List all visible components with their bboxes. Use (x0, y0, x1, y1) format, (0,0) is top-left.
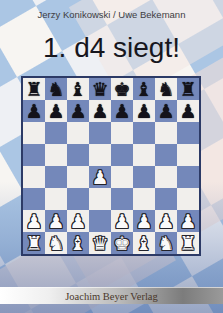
square-c1: ♝ (67, 232, 89, 254)
square-a7: ♟ (23, 100, 45, 122)
white-pawn-piece: ♟ (113, 212, 130, 231)
square-h1: ♜ (177, 232, 199, 254)
square-a5 (23, 144, 45, 166)
square-b6 (45, 122, 67, 144)
white-pawn-piece: ♟ (179, 212, 196, 231)
square-f7: ♟ (133, 100, 155, 122)
square-h6 (177, 122, 199, 144)
white-bishop-piece: ♝ (135, 234, 152, 253)
square-a6 (23, 122, 45, 144)
white-pawn-piece: ♟ (135, 212, 152, 231)
square-g1: ♞ (155, 232, 177, 254)
black-pawn-piece: ♟ (135, 102, 152, 121)
square-c3 (67, 188, 89, 210)
white-pawn-piece: ♟ (91, 168, 108, 187)
book-cover: Jerzy Konikowski / Uwe Bekemann 1. d4 si… (0, 0, 223, 313)
square-h7: ♟ (177, 100, 199, 122)
square-c4 (67, 166, 89, 188)
square-c5 (67, 144, 89, 166)
square-h2: ♟ (177, 210, 199, 232)
square-g5 (155, 144, 177, 166)
square-d8: ♛ (89, 78, 111, 100)
black-rook-piece: ♜ (179, 80, 196, 99)
black-king-piece: ♚ (113, 80, 130, 99)
black-pawn-piece: ♟ (47, 102, 64, 121)
square-h5 (177, 144, 199, 166)
square-d1: ♛ (89, 232, 111, 254)
square-d3 (89, 188, 111, 210)
square-b2: ♟ (45, 210, 67, 232)
square-d6 (89, 122, 111, 144)
black-queen-piece: ♛ (91, 80, 108, 99)
square-b3 (45, 188, 67, 210)
square-d4: ♟ (89, 166, 111, 188)
white-rook-piece: ♜ (25, 234, 42, 253)
square-c7: ♟ (67, 100, 89, 122)
black-rook-piece: ♜ (25, 80, 42, 99)
square-h4 (177, 166, 199, 188)
square-f5 (133, 144, 155, 166)
square-d2 (89, 210, 111, 232)
white-pawn-piece: ♟ (157, 212, 174, 231)
black-pawn-piece: ♟ (91, 102, 108, 121)
square-d7: ♟ (89, 100, 111, 122)
square-d5 (89, 144, 111, 166)
square-c2: ♟ (67, 210, 89, 232)
white-knight-piece: ♞ (157, 234, 174, 253)
book-title: 1. d4 siegt! (0, 34, 223, 62)
square-g4 (155, 166, 177, 188)
square-e4 (111, 166, 133, 188)
square-e6 (111, 122, 133, 144)
square-f4 (133, 166, 155, 188)
square-f8: ♝ (133, 78, 155, 100)
black-knight-piece: ♞ (47, 80, 64, 99)
white-bishop-piece: ♝ (69, 234, 86, 253)
square-e8: ♚ (111, 78, 133, 100)
square-e1: ♚ (111, 232, 133, 254)
chess-board: ♜♞♝♛♚♝♞♜♟♟♟♟♟♟♟♟♟♟♟♟♟♟♟♟♜♞♝♛♚♝♞♜ (21, 76, 201, 256)
white-knight-piece: ♞ (47, 234, 64, 253)
square-b4 (45, 166, 67, 188)
author-line: Jerzy Konikowski / Uwe Bekemann (0, 9, 223, 20)
square-a1: ♜ (23, 232, 45, 254)
square-f6 (133, 122, 155, 144)
publisher-name: Joachim Beyer Verlag (65, 291, 158, 302)
black-pawn-piece: ♟ (69, 102, 86, 121)
square-e7: ♟ (111, 100, 133, 122)
square-b1: ♞ (45, 232, 67, 254)
square-b7: ♟ (45, 100, 67, 122)
publisher-banner: Joachim Beyer Verlag (0, 287, 223, 304)
square-g2: ♟ (155, 210, 177, 232)
square-b8: ♞ (45, 78, 67, 100)
white-pawn-piece: ♟ (69, 212, 86, 231)
square-h3 (177, 188, 199, 210)
square-c6 (67, 122, 89, 144)
white-king-piece: ♚ (113, 234, 130, 253)
square-f2: ♟ (133, 210, 155, 232)
square-e5 (111, 144, 133, 166)
black-pawn-piece: ♟ (157, 102, 174, 121)
square-a3 (23, 188, 45, 210)
black-knight-piece: ♞ (157, 80, 174, 99)
white-queen-piece: ♛ (91, 234, 108, 253)
black-pawn-piece: ♟ (25, 102, 42, 121)
white-pawn-piece: ♟ (25, 212, 42, 231)
square-g8: ♞ (155, 78, 177, 100)
square-a2: ♟ (23, 210, 45, 232)
square-e2: ♟ (111, 210, 133, 232)
square-h8: ♜ (177, 78, 199, 100)
square-f3 (133, 188, 155, 210)
white-pawn-piece: ♟ (47, 212, 64, 231)
black-pawn-piece: ♟ (113, 102, 130, 121)
square-g3 (155, 188, 177, 210)
black-bishop-piece: ♝ (135, 80, 152, 99)
white-rook-piece: ♜ (179, 234, 196, 253)
square-e3 (111, 188, 133, 210)
square-b5 (45, 144, 67, 166)
square-c8: ♝ (67, 78, 89, 100)
black-bishop-piece: ♝ (69, 80, 86, 99)
square-a8: ♜ (23, 78, 45, 100)
square-g6 (155, 122, 177, 144)
black-pawn-piece: ♟ (179, 102, 196, 121)
square-a4 (23, 166, 45, 188)
square-f1: ♝ (133, 232, 155, 254)
square-g7: ♟ (155, 100, 177, 122)
